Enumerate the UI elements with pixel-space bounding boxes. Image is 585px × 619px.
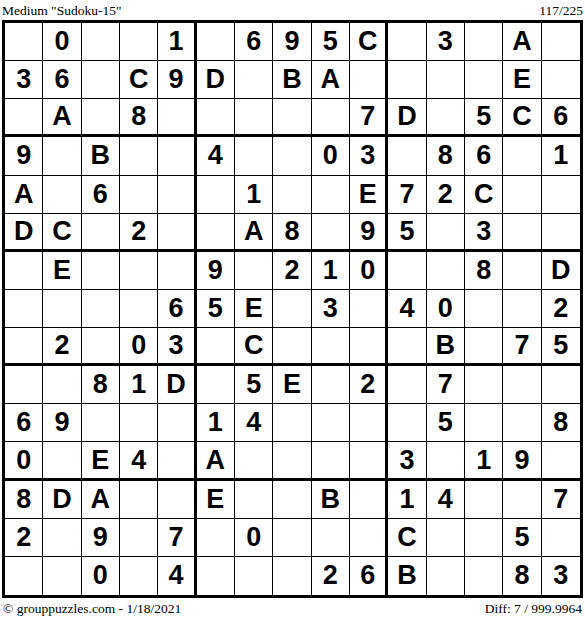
cell-r2c11-empty[interactable]: [388, 61, 426, 99]
cell-r12c4-given: 4: [120, 442, 158, 480]
sudoku-board: 01695C3A36C9DBAEA87D5C69B403861A61E72CDC…: [2, 20, 583, 598]
cell-r7c8-given: 2: [273, 252, 311, 290]
cell-r10c8-given: E: [273, 366, 311, 404]
cell-r8c7-given: E: [235, 290, 273, 328]
cell-r6c2-given: C: [43, 214, 81, 252]
cell-r4c9-given: 0: [312, 137, 350, 175]
cell-r3c3-empty[interactable]: [82, 99, 120, 137]
cell-r11c3-empty[interactable]: [82, 404, 120, 442]
cell-r3c6-empty[interactable]: [197, 99, 235, 137]
cell-r5c10-given: E: [350, 176, 388, 214]
cell-r7c13-given: 8: [465, 252, 503, 290]
cell-r13c11-given: 1: [388, 481, 426, 519]
cell-r2c4-given: C: [120, 61, 158, 99]
cell-r6c8-given: 8: [273, 214, 311, 252]
cell-r8c10-empty[interactable]: [350, 290, 388, 328]
cell-r10c2-empty[interactable]: [43, 366, 81, 404]
cell-r13c7-empty[interactable]: [235, 481, 273, 519]
copyright-text: © grouppuzzles.com - 1/18/2021: [3, 601, 181, 617]
cell-r11c9-empty[interactable]: [312, 404, 350, 442]
cell-r4c15-given: 1: [542, 137, 580, 175]
cell-r3c1-empty[interactable]: [5, 99, 43, 137]
cell-r15c1-empty[interactable]: [5, 557, 43, 595]
cell-r6c12-empty[interactable]: [427, 214, 465, 252]
cell-r5c13-given: C: [465, 176, 503, 214]
cell-r5c3-given: 6: [82, 176, 120, 214]
cell-r9c13-empty[interactable]: [465, 328, 503, 366]
cell-r1c3-empty[interactable]: [82, 23, 120, 61]
cell-r7c12-empty[interactable]: [427, 252, 465, 290]
cell-r3c9-empty[interactable]: [312, 99, 350, 137]
cell-r12c10-empty[interactable]: [350, 442, 388, 480]
cell-r10c11-empty[interactable]: [388, 366, 426, 404]
cell-r1c14-given: A: [503, 23, 541, 61]
cell-r15c15-given: 3: [542, 557, 580, 595]
cell-r5c12-given: 2: [427, 176, 465, 214]
cell-r11c5-empty[interactable]: [158, 404, 196, 442]
cell-r5c4-empty[interactable]: [120, 176, 158, 214]
cell-r11c13-empty[interactable]: [465, 404, 503, 442]
cell-r9c1-empty[interactable]: [5, 328, 43, 366]
cell-r15c12-empty[interactable]: [427, 557, 465, 595]
cell-r4c6-given: 4: [197, 137, 235, 175]
cell-r2c13-empty[interactable]: [465, 61, 503, 99]
cell-r9c3-empty[interactable]: [82, 328, 120, 366]
cell-r6c13-given: 3: [465, 214, 503, 252]
cell-r7c3-empty[interactable]: [82, 252, 120, 290]
cell-r11c6-given: 1: [197, 404, 235, 442]
footer: © grouppuzzles.com - 1/18/2021 Diff: 7 /…: [0, 598, 585, 619]
cell-r10c4-given: 1: [120, 366, 158, 404]
cell-r12c9-empty[interactable]: [312, 442, 350, 480]
cell-r2c8-given: B: [273, 61, 311, 99]
cell-r7c5-empty[interactable]: [158, 252, 196, 290]
cell-r11c14-empty[interactable]: [503, 404, 541, 442]
cell-r6c5-empty[interactable]: [158, 214, 196, 252]
cell-r3c7-empty[interactable]: [235, 99, 273, 137]
cell-r3c10-given: 7: [350, 99, 388, 137]
cell-r14c9-empty[interactable]: [312, 519, 350, 557]
cell-r9c6-empty[interactable]: [197, 328, 235, 366]
cell-r6c1-given: D: [5, 214, 43, 252]
cell-r10c12-given: 7: [427, 366, 465, 404]
cell-r10c13-empty[interactable]: [465, 366, 503, 404]
cell-r12c7-empty[interactable]: [235, 442, 273, 480]
cell-r8c13-empty[interactable]: [465, 290, 503, 328]
cell-r10c15-empty[interactable]: [542, 366, 580, 404]
cell-r1c10-given: C: [350, 23, 388, 61]
cell-r10c14-empty[interactable]: [503, 366, 541, 404]
cell-r12c15-empty[interactable]: [542, 442, 580, 480]
cell-r13c8-empty[interactable]: [273, 481, 311, 519]
cell-r15c5-given: 4: [158, 557, 196, 595]
cell-r13c6-given: E: [197, 481, 235, 519]
cell-r4c10-given: 3: [350, 137, 388, 175]
cell-r13c12-given: 4: [427, 481, 465, 519]
cell-r8c14-empty[interactable]: [503, 290, 541, 328]
cell-r1c6-empty[interactable]: [197, 23, 235, 61]
cell-r14c8-empty[interactable]: [273, 519, 311, 557]
cell-r13c10-empty[interactable]: [350, 481, 388, 519]
cell-r5c9-empty[interactable]: [312, 176, 350, 214]
cell-r8c12-given: 0: [427, 290, 465, 328]
cell-r3c8-empty[interactable]: [273, 99, 311, 137]
cell-r8c11-given: 4: [388, 290, 426, 328]
cell-r3c14-given: C: [503, 99, 541, 137]
cell-r4c7-empty[interactable]: [235, 137, 273, 175]
cell-r2c5-given: 9: [158, 61, 196, 99]
cell-r13c14-empty[interactable]: [503, 481, 541, 519]
cell-r14c2-empty[interactable]: [43, 519, 81, 557]
cell-r11c8-empty[interactable]: [273, 404, 311, 442]
cell-r12c3-given: E: [82, 442, 120, 480]
cell-r4c11-empty[interactable]: [388, 137, 426, 175]
cell-r7c7-empty[interactable]: [235, 252, 273, 290]
cell-r3c12-empty[interactable]: [427, 99, 465, 137]
cell-r15c9-given: 2: [312, 557, 350, 595]
cell-r14c14-given: 5: [503, 519, 541, 557]
cell-r2c12-empty[interactable]: [427, 61, 465, 99]
cell-r9c14-given: 7: [503, 328, 541, 366]
cell-r4c13-given: 6: [465, 137, 503, 175]
cell-r9c9-empty[interactable]: [312, 328, 350, 366]
cell-r12c13-given: 1: [465, 442, 503, 480]
cell-r3c11-given: D: [388, 99, 426, 137]
cell-r7c1-empty[interactable]: [5, 252, 43, 290]
cell-r14c11-given: C: [388, 519, 426, 557]
cell-r9c11-empty[interactable]: [388, 328, 426, 366]
cell-r5c5-empty[interactable]: [158, 176, 196, 214]
cell-r1c12-given: 3: [427, 23, 465, 61]
cell-r1c1-empty[interactable]: [5, 23, 43, 61]
cell-r11c15-given: 8: [542, 404, 580, 442]
cell-r10c6-empty[interactable]: [197, 366, 235, 404]
cell-r15c4-empty[interactable]: [120, 557, 158, 595]
cell-r1c2-given: 0: [43, 23, 81, 61]
cell-r3c5-empty[interactable]: [158, 99, 196, 137]
cell-r12c14-given: 9: [503, 442, 541, 480]
cell-r9c7-given: C: [235, 328, 273, 366]
cell-r3c13-given: 5: [465, 99, 503, 137]
cell-r5c15-empty[interactable]: [542, 176, 580, 214]
cell-r15c10-given: 6: [350, 557, 388, 595]
cell-r7c4-empty[interactable]: [120, 252, 158, 290]
cell-r1c15-empty[interactable]: [542, 23, 580, 61]
cell-r3c2-given: A: [43, 99, 81, 137]
cell-r14c3-given: 9: [82, 519, 120, 557]
cell-r9c2-given: 2: [43, 328, 81, 366]
cell-r8c15-given: 2: [542, 290, 580, 328]
header: Medium "Sudoku-15" 117/225: [0, 0, 585, 20]
cell-r6c11-given: 5: [388, 214, 426, 252]
cell-r4c12-given: 8: [427, 137, 465, 175]
cell-r6c6-empty[interactable]: [197, 214, 235, 252]
remaining-counter: 117/225: [539, 3, 583, 19]
difficulty-text: Diff: 7 / 999.9964: [485, 601, 582, 617]
cell-r7c15-given: D: [542, 252, 580, 290]
cell-r12c6-given: A: [197, 442, 235, 480]
cell-r5c7-given: 1: [235, 176, 273, 214]
cell-r11c7-given: 4: [235, 404, 273, 442]
cell-r14c13-empty[interactable]: [465, 519, 503, 557]
cell-r13c9-given: B: [312, 481, 350, 519]
cell-r4c8-empty[interactable]: [273, 137, 311, 175]
cell-r6c14-empty[interactable]: [503, 214, 541, 252]
cell-r12c8-empty[interactable]: [273, 442, 311, 480]
cell-r1c7-given: 6: [235, 23, 273, 61]
cell-r6c9-empty[interactable]: [312, 214, 350, 252]
cell-r7c11-empty[interactable]: [388, 252, 426, 290]
cell-r4c4-empty[interactable]: [120, 137, 158, 175]
cell-r1c13-empty[interactable]: [465, 23, 503, 61]
cell-r2c3-empty[interactable]: [82, 61, 120, 99]
cell-r6c15-empty[interactable]: [542, 214, 580, 252]
cell-r8c1-empty[interactable]: [5, 290, 43, 328]
cell-r14c10-empty[interactable]: [350, 519, 388, 557]
cell-r12c5-empty[interactable]: [158, 442, 196, 480]
cell-r2c2-given: 6: [43, 61, 81, 99]
cell-r10c1-empty[interactable]: [5, 366, 43, 404]
cell-r14c15-empty[interactable]: [542, 519, 580, 557]
cell-r14c5-given: 7: [158, 519, 196, 557]
cell-r11c1-given: 6: [5, 404, 43, 442]
cell-r6c3-empty[interactable]: [82, 214, 120, 252]
cell-r15c7-empty[interactable]: [235, 557, 273, 595]
cell-r14c6-empty[interactable]: [197, 519, 235, 557]
cell-r5c1-given: A: [5, 176, 43, 214]
cell-r2c7-empty[interactable]: [235, 61, 273, 99]
cell-r5c8-empty[interactable]: [273, 176, 311, 214]
cell-r8c6-given: 5: [197, 290, 235, 328]
cell-r2c9-given: A: [312, 61, 350, 99]
cell-r6c10-given: 9: [350, 214, 388, 252]
cell-r11c2-given: 9: [43, 404, 81, 442]
cell-r10c7-given: 5: [235, 366, 273, 404]
cell-r7c2-given: E: [43, 252, 81, 290]
cell-r4c1-given: 9: [5, 137, 43, 175]
cell-r13c5-empty[interactable]: [158, 481, 196, 519]
cell-r9c12-given: B: [427, 328, 465, 366]
cell-r8c2-empty[interactable]: [43, 290, 81, 328]
cell-r14c7-given: 0: [235, 519, 273, 557]
cell-r7c6-given: 9: [197, 252, 235, 290]
cell-r14c4-empty[interactable]: [120, 519, 158, 557]
cell-r1c11-empty[interactable]: [388, 23, 426, 61]
cell-r14c12-empty[interactable]: [427, 519, 465, 557]
cell-r13c1-given: 8: [5, 481, 43, 519]
cell-r12c1-given: 0: [5, 442, 43, 480]
cell-r2c1-given: 3: [5, 61, 43, 99]
cell-r4c2-empty[interactable]: [43, 137, 81, 175]
cell-r2c6-given: D: [197, 61, 235, 99]
cell-r8c8-empty[interactable]: [273, 290, 311, 328]
cell-r4c14-empty[interactable]: [503, 137, 541, 175]
cell-r11c12-given: 5: [427, 404, 465, 442]
cell-r7c10-given: 0: [350, 252, 388, 290]
cell-r6c7-given: A: [235, 214, 273, 252]
cell-r4c5-empty[interactable]: [158, 137, 196, 175]
cell-r15c13-empty[interactable]: [465, 557, 503, 595]
cell-r1c5-given: 1: [158, 23, 196, 61]
cell-r11c10-empty[interactable]: [350, 404, 388, 442]
cell-r15c6-empty[interactable]: [197, 557, 235, 595]
cell-r10c3-given: 8: [82, 366, 120, 404]
cell-r6c4-given: 2: [120, 214, 158, 252]
cell-r9c4-given: 0: [120, 328, 158, 366]
cell-r15c2-empty[interactable]: [43, 557, 81, 595]
cell-r9c15-given: 5: [542, 328, 580, 366]
cell-r8c3-empty[interactable]: [82, 290, 120, 328]
cell-r12c11-given: 3: [388, 442, 426, 480]
cell-r10c10-given: 2: [350, 366, 388, 404]
cell-r5c2-empty[interactable]: [43, 176, 81, 214]
cell-r12c12-empty[interactable]: [427, 442, 465, 480]
cell-r2c15-empty[interactable]: [542, 61, 580, 99]
cell-r1c4-empty[interactable]: [120, 23, 158, 61]
cell-r3c15-given: 6: [542, 99, 580, 137]
cell-r8c5-given: 6: [158, 290, 196, 328]
puzzle-title: Medium "Sudoku-15": [2, 3, 121, 19]
cell-r7c9-given: 1: [312, 252, 350, 290]
cell-r11c4-empty[interactable]: [120, 404, 158, 442]
cell-r5c14-empty[interactable]: [503, 176, 541, 214]
cell-r3c4-given: 8: [120, 99, 158, 137]
cell-r11c11-empty[interactable]: [388, 404, 426, 442]
cell-r13c2-given: D: [43, 481, 81, 519]
cell-r12c2-empty[interactable]: [43, 442, 81, 480]
cell-r5c11-given: 7: [388, 176, 426, 214]
cell-r8c4-empty[interactable]: [120, 290, 158, 328]
cell-r10c5-given: D: [158, 366, 196, 404]
cell-r8c9-given: 3: [312, 290, 350, 328]
cell-r15c14-given: 8: [503, 557, 541, 595]
cell-r9c10-empty[interactable]: [350, 328, 388, 366]
cell-r9c5-given: 3: [158, 328, 196, 366]
puzzle-page: Medium "Sudoku-15" 117/225 01695C3A36C9D…: [0, 0, 585, 619]
cell-r15c11-given: B: [388, 557, 426, 595]
cell-r13c3-given: A: [82, 481, 120, 519]
cell-r1c9-given: 5: [312, 23, 350, 61]
cell-r10c9-empty[interactable]: [312, 366, 350, 404]
cell-r13c15-given: 7: [542, 481, 580, 519]
cell-r14c1-given: 2: [5, 519, 43, 557]
cell-r13c4-empty[interactable]: [120, 481, 158, 519]
cell-r15c3-given: 0: [82, 557, 120, 595]
cell-r1c8-given: 9: [273, 23, 311, 61]
cell-r5c6-empty[interactable]: [197, 176, 235, 214]
cell-r2c10-empty[interactable]: [350, 61, 388, 99]
cell-r7c14-empty[interactable]: [503, 252, 541, 290]
cell-r4c3-given: B: [82, 137, 120, 175]
cell-r15c8-empty[interactable]: [273, 557, 311, 595]
cell-r13c13-empty[interactable]: [465, 481, 503, 519]
cell-r9c8-empty[interactable]: [273, 328, 311, 366]
cell-r2c14-given: E: [503, 61, 541, 99]
